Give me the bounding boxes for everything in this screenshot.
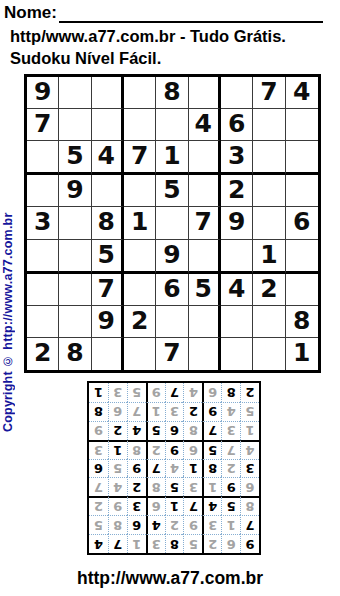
solution-cell-r8c5: 3 (165, 402, 184, 421)
solution-cell-r6c4: 6 (183, 440, 202, 459)
puzzle-cell-r6c2 (59, 240, 91, 274)
sudoku-solution-board-rotated: 9625831747139246858547163926913582473281… (87, 381, 261, 555)
puzzle-cell-r7c6: 5 (189, 274, 221, 306)
solution-cell-r4c1: 6 (240, 477, 259, 496)
solution-cell-r7c2: 3 (221, 421, 240, 440)
puzzle-cell-r3c2: 5 (59, 141, 91, 175)
solution-cell-r3c7: 3 (127, 496, 146, 515)
solution-cell-r9c2: 8 (221, 383, 240, 402)
name-label: Nome: (4, 3, 57, 23)
puzzle-cell-r2c4 (124, 109, 156, 141)
solution-cell-r3c8: 9 (108, 496, 127, 515)
sudoku-puzzle-board: 987474654713952381796591765429282871 (24, 74, 321, 373)
solution-cell-r8c1: 5 (240, 402, 259, 421)
puzzle-cell-r8c9: 8 (286, 306, 318, 338)
puzzle-cell-r5c7: 9 (221, 207, 253, 239)
solution-cell-r1c6: 3 (146, 534, 165, 553)
puzzle-cell-r9c4 (124, 338, 156, 370)
solution-cell-r6c1: 4 (240, 440, 259, 459)
solution-cell-r8c6: 1 (146, 402, 165, 421)
solution-cell-r1c1: 9 (240, 534, 259, 553)
solution-cell-r4c8: 4 (108, 477, 127, 496)
puzzle-cell-r3c3: 4 (92, 141, 124, 175)
solution-cell-r7c5: 6 (165, 421, 184, 440)
footer-url: http://www.a77.com.br (0, 568, 340, 589)
puzzle-cell-r4c5: 5 (156, 175, 188, 207)
solution-cell-r5c5: 4 (165, 459, 184, 478)
puzzle-cell-r4c4 (124, 175, 156, 207)
solution-cell-r8c4: 2 (183, 402, 202, 421)
puzzle-cell-r5c1: 3 (27, 207, 59, 239)
puzzle-cell-r9c5: 7 (156, 338, 188, 370)
solution-cell-r7c3: 7 (202, 421, 221, 440)
solution-cell-r3c6: 6 (146, 496, 165, 515)
solution-cell-r5c6: 7 (146, 459, 165, 478)
puzzle-cell-r1c1: 9 (27, 77, 59, 109)
puzzle-cell-r3c9 (286, 141, 318, 175)
solution-cell-r3c3: 4 (202, 496, 221, 515)
solution-cell-r9c6: 9 (146, 383, 165, 402)
puzzle-title: Sudoku Nível Fácil. (10, 49, 340, 68)
puzzle-cell-r5c2 (59, 207, 91, 239)
puzzle-cell-r1c4 (124, 77, 156, 109)
puzzle-cell-r2c1: 7 (27, 109, 59, 141)
solution-cell-r6c6: 2 (146, 440, 165, 459)
solution-cell-r1c8: 7 (108, 534, 127, 553)
puzzle-cell-r8c6 (189, 306, 221, 338)
puzzle-cell-r8c8 (253, 306, 285, 338)
puzzle-cell-r6c7 (221, 240, 253, 274)
solution-cell-r1c3: 2 (202, 534, 221, 553)
solution-cell-r4c9: 7 (89, 477, 108, 496)
solution-cell-r1c9: 4 (89, 534, 108, 553)
solution-cell-r9c7: 5 (127, 383, 146, 402)
solution-cell-r4c3: 1 (202, 477, 221, 496)
puzzle-cell-r7c7: 4 (221, 274, 253, 306)
solution-cell-r7c6: 5 (146, 421, 165, 440)
puzzle-cell-r3c4: 7 (124, 141, 156, 175)
puzzle-cell-r2c9 (286, 109, 318, 141)
puzzle-cell-r4c2: 9 (59, 175, 91, 207)
puzzle-cell-r9c1: 2 (27, 338, 59, 370)
solution-cell-r1c2: 6 (221, 534, 240, 553)
puzzle-cell-r3c1 (27, 141, 59, 175)
solution-cell-r7c9: 9 (89, 421, 108, 440)
solution-cell-r3c4: 7 (183, 496, 202, 515)
solution-cell-r9c4: 4 (183, 383, 202, 402)
solution-cell-r9c9: 1 (89, 383, 108, 402)
puzzle-cell-r7c1 (27, 274, 59, 306)
solution-cell-r8c9: 8 (89, 402, 108, 421)
puzzle-cell-r8c5 (156, 306, 188, 338)
puzzle-cell-r4c7: 2 (221, 175, 253, 207)
puzzle-cell-r5c9: 6 (286, 207, 318, 239)
puzzle-cell-r7c4 (124, 274, 156, 306)
solution-cell-r1c4: 5 (183, 534, 202, 553)
puzzle-cell-r4c8 (253, 175, 285, 207)
puzzle-cell-r3c6 (189, 141, 221, 175)
solution-cell-r6c2: 7 (221, 440, 240, 459)
solution-cell-r3c2: 5 (221, 496, 240, 515)
solution-cell-r6c3: 5 (202, 440, 221, 459)
solution-cell-r5c3: 8 (202, 459, 221, 478)
puzzle-cell-r7c3: 7 (92, 274, 124, 306)
puzzle-cell-r6c3: 5 (92, 240, 124, 274)
puzzle-cell-r2c2 (59, 109, 91, 141)
puzzle-cell-r5c4: 1 (124, 207, 156, 239)
solution-cell-r2c8: 8 (108, 515, 127, 534)
solution-cell-r6c8: 1 (108, 440, 127, 459)
puzzle-cell-r1c3 (92, 77, 124, 109)
solution-cell-r8c3: 9 (202, 402, 221, 421)
solution-cell-r4c7: 2 (127, 477, 146, 496)
solution-cell-r4c4: 3 (183, 477, 202, 496)
puzzle-cell-r2c7: 6 (221, 109, 253, 141)
name-blank-line (59, 6, 323, 23)
puzzle-cell-r8c7 (221, 306, 253, 338)
solution-cell-r2c7: 6 (127, 515, 146, 534)
puzzle-cell-r2c8 (253, 109, 285, 141)
solution-cell-r4c6: 8 (146, 477, 165, 496)
puzzle-cell-r5c3: 8 (92, 207, 124, 239)
puzzle-cell-r6c8: 1 (253, 240, 285, 274)
solution-cell-r9c5: 7 (165, 383, 184, 402)
puzzle-cell-r5c6: 7 (189, 207, 221, 239)
solution-cell-r5c2: 2 (221, 459, 240, 478)
puzzle-cell-r8c2 (59, 306, 91, 338)
puzzle-cell-r6c4 (124, 240, 156, 274)
solution-cell-r6c9: 3 (89, 440, 108, 459)
solution-cell-r7c8: 2 (108, 421, 127, 440)
puzzle-cell-r1c9: 4 (286, 77, 318, 109)
copyright-text: Copyright © http://www.a77.com.br (1, 86, 15, 432)
solution-cell-r5c9: 6 (89, 459, 108, 478)
puzzle-cell-r4c3 (92, 175, 124, 207)
solution-cell-r5c7: 9 (127, 459, 146, 478)
solution-cell-r2c6: 4 (146, 515, 165, 534)
puzzle-cell-r9c6 (189, 338, 221, 370)
puzzle-cell-r2c6: 4 (189, 109, 221, 141)
puzzle-cell-r4c6 (189, 175, 221, 207)
puzzle-cell-r8c1 (27, 306, 59, 338)
solution-cell-r3c1: 8 (240, 496, 259, 515)
puzzle-cell-r3c8 (253, 141, 285, 175)
puzzle-cell-r4c9 (286, 175, 318, 207)
puzzle-cell-r6c1 (27, 240, 59, 274)
puzzle-cell-r5c8 (253, 207, 285, 239)
solution-cell-r2c1: 7 (240, 515, 259, 534)
puzzle-cell-r6c9 (286, 240, 318, 274)
solution-cell-r5c4: 1 (183, 459, 202, 478)
solution-cell-r8c7: 7 (127, 402, 146, 421)
puzzle-cell-r3c7: 3 (221, 141, 253, 175)
puzzle-cell-r9c7 (221, 338, 253, 370)
solution-cell-r7c4: 8 (183, 421, 202, 440)
puzzle-cell-r7c8: 2 (253, 274, 285, 306)
solution-cell-r5c1: 3 (240, 459, 259, 478)
puzzle-cell-r8c3: 9 (92, 306, 124, 338)
puzzle-cell-r8c4: 2 (124, 306, 156, 338)
solution-cell-r5c8: 5 (108, 459, 127, 478)
puzzle-cell-r7c5: 6 (156, 274, 188, 306)
puzzle-cell-r7c2 (59, 274, 91, 306)
solution-cell-r2c4: 9 (183, 515, 202, 534)
puzzle-cell-r9c3 (92, 338, 124, 370)
solution-cell-r2c3: 3 (202, 515, 221, 534)
puzzle-cell-r9c8 (253, 338, 285, 370)
puzzle-cell-r7c9 (286, 274, 318, 306)
puzzle-cell-r1c8: 7 (253, 77, 285, 109)
solution-cell-r9c1: 2 (240, 383, 259, 402)
solution-cell-r8c8: 6 (108, 402, 127, 421)
solution-cell-r7c1: 1 (240, 421, 259, 440)
solution-cell-r9c8: 3 (108, 383, 127, 402)
solution-cell-r2c2: 1 (221, 515, 240, 534)
puzzle-cell-r9c9: 1 (286, 338, 318, 370)
puzzle-cell-r1c2 (59, 77, 91, 109)
solution-cell-r3c9: 2 (89, 496, 108, 515)
solution-cell-r6c7: 8 (127, 440, 146, 459)
puzzle-cell-r4c1 (27, 175, 59, 207)
puzzle-cell-r1c7 (221, 77, 253, 109)
puzzle-cell-r3c5: 1 (156, 141, 188, 175)
solution-cell-r7c7: 4 (127, 421, 146, 440)
solution-cell-r4c5: 5 (165, 477, 184, 496)
puzzle-cell-r6c6 (189, 240, 221, 274)
puzzle-cell-r1c6 (189, 77, 221, 109)
solution-cell-r6c5: 9 (165, 440, 184, 459)
solution-cell-r4c2: 9 (221, 477, 240, 496)
name-row: Nome: (0, 0, 340, 23)
puzzle-cell-r6c5: 9 (156, 240, 188, 274)
solution-cell-r2c5: 2 (165, 515, 184, 534)
solution-cell-r3c5: 1 (165, 496, 184, 515)
solution-cell-r1c5: 8 (165, 534, 184, 553)
puzzle-cell-r1c5: 8 (156, 77, 188, 109)
solution-cell-r9c3: 6 (202, 383, 221, 402)
puzzle-cell-r2c3 (92, 109, 124, 141)
solution-cell-r1c7: 1 (127, 534, 146, 553)
solution-cell-r2c9: 5 (89, 515, 108, 534)
puzzle-cell-r2c5 (156, 109, 188, 141)
puzzle-cell-r5c5 (156, 207, 188, 239)
site-tagline: http/www.a77.com.br - Tudo Grátis. (10, 27, 340, 46)
puzzle-cell-r9c2: 8 (59, 338, 91, 370)
solution-cell-r8c2: 4 (221, 402, 240, 421)
